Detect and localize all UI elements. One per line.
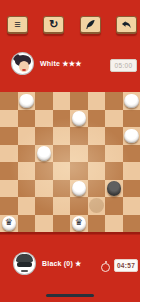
square-r1c0[interactable] bbox=[0, 110, 18, 128]
restart-icon: ↻ bbox=[49, 19, 58, 30]
square-r4c5[interactable] bbox=[88, 162, 106, 180]
white-man-piece[interactable] bbox=[124, 129, 139, 144]
square-r0c0[interactable] bbox=[0, 92, 18, 110]
white-king-piece[interactable]: ♛ bbox=[72, 216, 87, 231]
white-man-piece[interactable] bbox=[19, 94, 34, 109]
crown-icon: ♛ bbox=[2, 218, 17, 227]
square-r5c4[interactable] bbox=[70, 180, 88, 198]
black-avatar-mouth bbox=[21, 270, 28, 272]
square-r3c2[interactable] bbox=[35, 145, 53, 163]
square-r2c7[interactable] bbox=[123, 127, 141, 145]
square-r4c1[interactable] bbox=[18, 162, 36, 180]
white-man-piece[interactable] bbox=[72, 181, 87, 196]
square-r7c1[interactable] bbox=[18, 215, 36, 233]
ghost-piece-hint bbox=[89, 198, 104, 213]
square-r3c5[interactable] bbox=[88, 145, 106, 163]
white-avatar bbox=[11, 52, 34, 75]
square-r7c3[interactable] bbox=[53, 215, 71, 233]
undo-button[interactable] bbox=[116, 16, 137, 34]
black-player-label: Black (0) ★ bbox=[42, 260, 82, 268]
checkers-board: ♛♛ bbox=[0, 92, 140, 232]
toolbar: ≡↻ bbox=[0, 16, 140, 35]
square-r4c4[interactable] bbox=[70, 162, 88, 180]
white-player-label: White ★★★ bbox=[40, 60, 82, 68]
square-r6c6[interactable] bbox=[105, 197, 123, 215]
square-r2c4[interactable] bbox=[70, 127, 88, 145]
square-r7c4[interactable]: ♛ bbox=[70, 215, 88, 233]
square-r2c6[interactable] bbox=[105, 127, 123, 145]
square-r4c7[interactable] bbox=[123, 162, 141, 180]
white-avatar-lips bbox=[22, 69, 26, 71]
app-root: ≡↻ White ★★★ 05:00 ♛♛ Black (0) ★ 04:57 bbox=[0, 0, 140, 302]
stopwatch-icon bbox=[100, 259, 111, 272]
undo-icon bbox=[121, 19, 132, 30]
white-man-piece[interactable] bbox=[72, 111, 87, 126]
black-avatar-sunglasses bbox=[17, 262, 32, 267]
square-r6c3[interactable] bbox=[53, 197, 71, 215]
stopwatch-body bbox=[101, 263, 110, 272]
square-r0c6[interactable] bbox=[105, 92, 123, 110]
square-r4c0[interactable] bbox=[0, 162, 18, 180]
white-king-piece[interactable]: ♛ bbox=[2, 216, 17, 231]
square-r1c7[interactable] bbox=[123, 110, 141, 128]
square-r7c5[interactable] bbox=[88, 215, 106, 233]
white-clock: 05:00 bbox=[110, 59, 137, 72]
square-r0c5[interactable] bbox=[88, 92, 106, 110]
square-r1c1[interactable] bbox=[18, 110, 36, 128]
square-r3c1[interactable] bbox=[18, 145, 36, 163]
white-avatar-bun bbox=[13, 54, 20, 61]
square-r1c2[interactable] bbox=[35, 110, 53, 128]
square-r4c6[interactable] bbox=[105, 162, 123, 180]
feather-icon bbox=[85, 19, 96, 30]
square-r6c4[interactable] bbox=[70, 197, 88, 215]
restart-button[interactable]: ↻ bbox=[43, 16, 64, 34]
menu-button[interactable]: ≡ bbox=[7, 16, 28, 34]
square-r5c3[interactable] bbox=[53, 180, 71, 198]
white-man-piece[interactable] bbox=[124, 94, 139, 109]
square-r2c1[interactable] bbox=[18, 127, 36, 145]
square-r0c4[interactable] bbox=[70, 92, 88, 110]
square-r7c2[interactable] bbox=[35, 215, 53, 233]
square-r7c7[interactable] bbox=[123, 215, 141, 233]
black-man-piece[interactable] bbox=[107, 181, 122, 196]
square-r3c6[interactable] bbox=[105, 145, 123, 163]
menu-icon: ≡ bbox=[14, 19, 20, 30]
square-r4c3[interactable] bbox=[53, 162, 71, 180]
home-gesture-bar[interactable] bbox=[46, 294, 94, 297]
square-r2c5[interactable] bbox=[88, 127, 106, 145]
square-r5c7[interactable] bbox=[123, 180, 141, 198]
square-r3c7[interactable] bbox=[123, 145, 141, 163]
square-r6c7[interactable] bbox=[123, 197, 141, 215]
black-avatar bbox=[13, 252, 36, 275]
square-r0c2[interactable] bbox=[35, 92, 53, 110]
square-r3c4[interactable] bbox=[70, 145, 88, 163]
square-r0c1[interactable] bbox=[18, 92, 36, 110]
square-r0c7[interactable] bbox=[123, 92, 141, 110]
square-r6c1[interactable] bbox=[18, 197, 36, 215]
square-r3c0[interactable] bbox=[0, 145, 18, 163]
crown-icon: ♛ bbox=[72, 218, 87, 227]
square-r7c6[interactable] bbox=[105, 215, 123, 233]
square-r6c0[interactable] bbox=[0, 197, 18, 215]
square-r5c1[interactable] bbox=[18, 180, 36, 198]
square-r1c5[interactable] bbox=[88, 110, 106, 128]
square-r3c3[interactable] bbox=[53, 145, 71, 163]
square-r1c3[interactable] bbox=[53, 110, 71, 128]
square-r0c3[interactable] bbox=[53, 92, 71, 110]
white-man-piece[interactable] bbox=[37, 146, 52, 161]
square-r4c2[interactable] bbox=[35, 162, 53, 180]
feather-button[interactable] bbox=[80, 16, 101, 34]
square-r2c3[interactable] bbox=[53, 127, 71, 145]
square-r5c5[interactable] bbox=[88, 180, 106, 198]
square-r7c0[interactable]: ♛ bbox=[0, 215, 18, 233]
square-r6c5[interactable] bbox=[88, 197, 106, 215]
square-r1c6[interactable] bbox=[105, 110, 123, 128]
black-clock: 04:57 bbox=[114, 259, 138, 272]
square-r6c2[interactable] bbox=[35, 197, 53, 215]
square-r5c2[interactable] bbox=[35, 180, 53, 198]
black-avatar-cap bbox=[16, 254, 33, 262]
square-r2c2[interactable] bbox=[35, 127, 53, 145]
square-r5c6[interactable] bbox=[105, 180, 123, 198]
square-r2c0[interactable] bbox=[0, 127, 18, 145]
square-r5c0[interactable] bbox=[0, 180, 18, 198]
square-r1c4[interactable] bbox=[70, 110, 88, 128]
